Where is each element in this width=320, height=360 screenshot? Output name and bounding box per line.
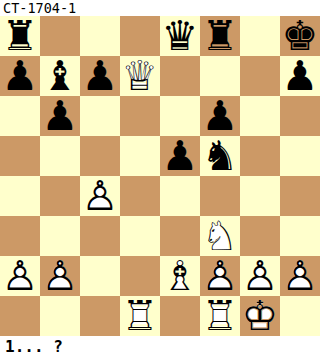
square-d3[interactable] [120,216,160,256]
white-bishop: ♗ [160,256,200,296]
black-rook: ♜ [200,16,240,56]
black-pawn: ♟ [200,96,240,136]
white-pawn: ♙ [80,176,120,216]
white-knight: ♘ [200,216,240,256]
white-rook: ♖ [120,296,160,336]
square-g6[interactable] [240,96,280,136]
square-e7[interactable] [160,56,200,96]
square-g8[interactable] [240,16,280,56]
square-e2[interactable]: ♝♗ [160,256,200,296]
square-g3[interactable] [240,216,280,256]
square-c5[interactable] [80,136,120,176]
white-pawn-fill: ♟ [280,256,320,296]
square-f3[interactable]: ♞♘ [200,216,240,256]
square-g2[interactable]: ♟♙ [240,256,280,296]
square-c1[interactable] [80,296,120,336]
white-knight-fill: ♞ [200,216,240,256]
square-b7[interactable]: ♝ [40,56,80,96]
black-queen: ♛ [160,16,200,56]
square-a4[interactable] [0,176,40,216]
square-a6[interactable] [0,96,40,136]
square-f2[interactable]: ♟♙ [200,256,240,296]
square-a8[interactable]: ♜ [0,16,40,56]
square-c3[interactable] [80,216,120,256]
move-prompt: 1... ? [0,336,320,360]
black-pawn: ♟ [80,56,120,96]
black-king: ♚ [280,16,320,56]
square-h2[interactable]: ♟♙ [280,256,320,296]
black-knight: ♞ [200,136,240,176]
white-pawn: ♙ [280,256,320,296]
square-b2[interactable]: ♟♙ [40,256,80,296]
white-king-fill: ♚ [240,296,280,336]
square-h3[interactable] [280,216,320,256]
white-pawn-fill: ♟ [200,256,240,296]
square-a7[interactable]: ♟ [0,56,40,96]
square-a2[interactable]: ♟♙ [0,256,40,296]
square-e1[interactable] [160,296,200,336]
white-pawn-fill: ♟ [0,256,40,296]
square-e8[interactable]: ♛ [160,16,200,56]
square-h4[interactable] [280,176,320,216]
square-f5[interactable]: ♞ [200,136,240,176]
black-pawn: ♟ [280,56,320,96]
square-b1[interactable] [40,296,80,336]
square-a1[interactable] [0,296,40,336]
square-c6[interactable] [80,96,120,136]
square-c8[interactable] [80,16,120,56]
square-c2[interactable] [80,256,120,296]
puzzle-id: CT-1704-1 [0,0,320,16]
square-f7[interactable] [200,56,240,96]
square-h1[interactable] [280,296,320,336]
white-king: ♔ [240,296,280,336]
square-c4[interactable]: ♟♙ [80,176,120,216]
square-f8[interactable]: ♜ [200,16,240,56]
square-a3[interactable] [0,216,40,256]
square-d4[interactable] [120,176,160,216]
square-b3[interactable] [40,216,80,256]
black-pawn: ♟ [40,96,80,136]
white-pawn: ♙ [200,256,240,296]
black-pawn: ♟ [160,136,200,176]
square-f1[interactable]: ♜♖ [200,296,240,336]
chess-board: ♜♛♜♚♟♝♟♛♕♟♟♟♟♞♟♙♞♘♟♙♟♙♝♗♟♙♟♙♟♙♜♖♜♖♚♔ [0,16,320,336]
square-g5[interactable] [240,136,280,176]
square-c7[interactable]: ♟ [80,56,120,96]
square-h7[interactable]: ♟ [280,56,320,96]
square-e5[interactable]: ♟ [160,136,200,176]
square-e6[interactable] [160,96,200,136]
chess-puzzle-page: CT-1704-1 ♜♛♜♚♟♝♟♛♕♟♟♟♟♞♟♙♞♘♟♙♟♙♝♗♟♙♟♙♟♙… [0,0,320,360]
square-a5[interactable] [0,136,40,176]
square-g1[interactable]: ♚♔ [240,296,280,336]
white-rook-fill: ♜ [120,296,160,336]
square-b6[interactable]: ♟ [40,96,80,136]
white-pawn-fill: ♟ [240,256,280,296]
square-h8[interactable]: ♚ [280,16,320,56]
square-g4[interactable] [240,176,280,216]
square-d2[interactable] [120,256,160,296]
square-d1[interactable]: ♜♖ [120,296,160,336]
white-rook-fill: ♜ [200,296,240,336]
black-bishop: ♝ [40,56,80,96]
square-f6[interactable]: ♟ [200,96,240,136]
white-queen-fill: ♛ [120,56,160,96]
white-rook: ♖ [200,296,240,336]
white-bishop-fill: ♝ [160,256,200,296]
square-e4[interactable] [160,176,200,216]
square-h5[interactable] [280,136,320,176]
square-h6[interactable] [280,96,320,136]
square-b8[interactable] [40,16,80,56]
square-d5[interactable] [120,136,160,176]
white-pawn-fill: ♟ [40,256,80,296]
square-d8[interactable] [120,16,160,56]
black-rook: ♜ [0,16,40,56]
white-pawn: ♙ [240,256,280,296]
square-e3[interactable] [160,216,200,256]
white-pawn: ♙ [0,256,40,296]
white-queen: ♕ [120,56,160,96]
black-pawn: ♟ [0,56,40,96]
square-b5[interactable] [40,136,80,176]
white-pawn: ♙ [40,256,80,296]
square-b4[interactable] [40,176,80,216]
square-d6[interactable] [120,96,160,136]
square-g7[interactable] [240,56,280,96]
square-f4[interactable] [200,176,240,216]
white-pawn-fill: ♟ [80,176,120,216]
square-d7[interactable]: ♛♕ [120,56,160,96]
